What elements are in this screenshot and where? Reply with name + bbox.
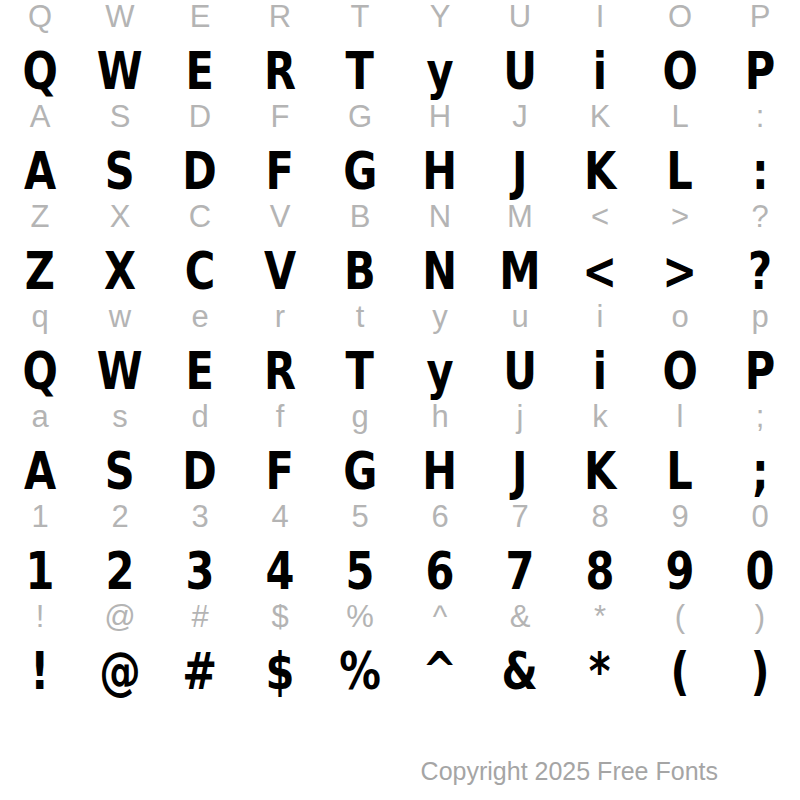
display-glyph: T — [346, 345, 374, 397]
reference-glyph-cell: p — [720, 300, 800, 334]
display-glyph: T — [346, 45, 374, 97]
display-glyph: E — [186, 345, 214, 397]
display-glyph-cell: y — [400, 38, 480, 104]
specimen-pair: QWERTYUIOPQWERTyUiOP — [0, 0, 800, 100]
reference-glyph-cell: U — [480, 0, 560, 34]
display-glyph: > — [663, 245, 698, 297]
display-glyph-cell: T — [320, 338, 400, 404]
display-glyph-cell: G — [320, 138, 400, 204]
reference-glyph-cell: J — [480, 100, 560, 134]
display-glyph: $ — [266, 645, 295, 697]
display-glyph-cell: D — [160, 138, 240, 204]
display-glyph-cell: ! — [0, 638, 80, 704]
display-glyph-cell: H — [400, 138, 480, 204]
display-glyph-cell: 9 — [640, 538, 720, 604]
display-glyph: 3 — [186, 545, 215, 597]
display-glyph: O — [662, 345, 697, 397]
display-glyph-cell: P — [720, 38, 800, 104]
reference-glyph-cell: 9 — [640, 500, 720, 534]
display-glyph-cell: A — [0, 138, 80, 204]
display-glyph: : — [752, 145, 769, 197]
display-glyph-cell: : — [720, 138, 800, 204]
display-glyph: F — [266, 145, 294, 197]
display-glyph-cell: 7 — [480, 538, 560, 604]
display-font-row: ASDFGHJKL: — [0, 138, 800, 204]
display-glyph: L — [667, 445, 694, 497]
reference-glyph-cell: 4 — [240, 500, 320, 534]
reference-glyph-cell: y — [400, 300, 480, 334]
reference-glyph-cell: R — [240, 0, 320, 34]
display-glyph-cell: 1 — [0, 538, 80, 604]
reference-glyph-cell: L — [640, 100, 720, 134]
display-glyph-cell: S — [80, 438, 160, 504]
reference-glyph-cell: f — [240, 400, 320, 434]
display-glyph-cell: W — [80, 338, 160, 404]
display-glyph-cell: B — [320, 238, 400, 304]
reference-glyph-cell: r — [240, 300, 320, 334]
reference-glyph-cell: % — [320, 600, 400, 634]
reference-glyph-cell: 0 — [720, 500, 800, 534]
display-glyph: 5 — [346, 545, 375, 597]
display-glyph: ) — [750, 645, 769, 697]
reference-glyph-cell: V — [240, 200, 320, 234]
reference-glyph-cell: G — [320, 100, 400, 134]
display-glyph: W — [97, 45, 143, 97]
display-glyph-cell: O — [640, 338, 720, 404]
reference-glyph-cell: @ — [80, 600, 160, 634]
display-glyph: P — [745, 45, 776, 97]
display-glyph-cell: i — [560, 338, 640, 404]
reference-row: QWERTYUIOP — [0, 0, 800, 34]
display-glyph: Q — [22, 345, 57, 397]
display-glyph-cell: A — [0, 438, 80, 504]
display-glyph: B — [344, 245, 376, 297]
copyright-notice: Copyright 2025 Free Fonts — [421, 757, 718, 786]
display-glyph: M — [499, 245, 540, 297]
display-glyph: S — [105, 445, 135, 497]
reference-glyph-cell: N — [400, 200, 480, 234]
specimen-pair: ASDFGHJKL:ASDFGHJKL: — [0, 100, 800, 200]
display-glyph-cell: K — [560, 438, 640, 504]
reference-glyph-cell: 7 — [480, 500, 560, 534]
reference-glyph-cell: ) — [720, 600, 800, 634]
reference-row: ASDFGHJKL: — [0, 100, 800, 134]
display-glyph: i — [593, 345, 607, 397]
reference-glyph-cell: j — [480, 400, 560, 434]
display-glyph: ^ — [423, 645, 458, 697]
display-glyph: F — [266, 445, 294, 497]
reference-glyph-cell: e — [160, 300, 240, 334]
specimen-pair: 12345678901234567890 — [0, 500, 800, 600]
specimen-pair: asdfghjkl;ASDFGHJKL; — [0, 400, 800, 500]
display-glyph: D — [183, 445, 218, 497]
reference-glyph-cell: D — [160, 100, 240, 134]
reference-row: ZXCVBNM<>? — [0, 200, 800, 234]
reference-glyph-cell: ; — [720, 400, 800, 434]
display-glyph: L — [667, 145, 694, 197]
reference-glyph-cell: k — [560, 400, 640, 434]
display-glyph: ! — [31, 645, 50, 697]
reference-glyph-cell: 6 — [400, 500, 480, 534]
display-font-row: ZXCVBNM<>? — [0, 238, 800, 304]
display-glyph: W — [97, 345, 143, 397]
display-glyph-cell: R — [240, 38, 320, 104]
reference-glyph-cell: M — [480, 200, 560, 234]
display-glyph-cell: S — [80, 138, 160, 204]
reference-glyph-cell: I — [560, 0, 640, 34]
display-glyph: & — [502, 645, 538, 697]
reference-glyph-cell: : — [720, 100, 800, 134]
display-glyph-cell: N — [400, 238, 480, 304]
display-glyph-cell: G — [320, 438, 400, 504]
reference-glyph-cell: # — [160, 600, 240, 634]
reference-glyph-cell: 1 — [0, 500, 80, 534]
reference-glyph-cell: > — [640, 200, 720, 234]
display-glyph-cell: 2 — [80, 538, 160, 604]
display-font-row: !@#$%^&*() — [0, 638, 800, 704]
display-glyph-cell: V — [240, 238, 320, 304]
reference-glyph-cell: a — [0, 400, 80, 434]
display-glyph-cell: L — [640, 438, 720, 504]
reference-glyph-cell: K — [560, 100, 640, 134]
reference-glyph-cell: u — [480, 300, 560, 334]
reference-glyph-cell: ( — [640, 600, 720, 634]
display-glyph-cell: 4 — [240, 538, 320, 604]
display-glyph: 0 — [746, 545, 775, 597]
reference-glyph-cell: 8 — [560, 500, 640, 534]
display-glyph-cell: 5 — [320, 538, 400, 604]
reference-glyph-cell: o — [640, 300, 720, 334]
reference-glyph-cell: F — [240, 100, 320, 134]
display-glyph-cell: y — [400, 338, 480, 404]
display-glyph-cell: ) — [720, 638, 800, 704]
display-glyph: Z — [25, 245, 55, 297]
reference-glyph-cell: X — [80, 200, 160, 234]
display-glyph-cell: T — [320, 38, 400, 104]
display-glyph-cell: E — [160, 338, 240, 404]
display-glyph: U — [503, 45, 537, 97]
display-glyph-cell: $ — [240, 638, 320, 704]
reference-glyph-cell: ! — [0, 600, 80, 634]
display-glyph-cell: R — [240, 338, 320, 404]
reference-glyph-cell: E — [160, 0, 240, 34]
display-glyph: 9 — [666, 545, 695, 597]
reference-glyph-cell: * — [560, 600, 640, 634]
display-glyph: 8 — [586, 545, 615, 597]
reference-glyph-cell: $ — [240, 600, 320, 634]
display-glyph: K — [584, 445, 616, 497]
display-glyph: < — [583, 245, 618, 297]
display-glyph-cell: @ — [80, 638, 160, 704]
display-font-row: ASDFGHJKL; — [0, 438, 800, 504]
display-glyph: # — [183, 645, 218, 697]
reference-glyph-cell: H — [400, 100, 480, 134]
reference-glyph-cell: l — [640, 400, 720, 434]
display-glyph: G — [343, 145, 377, 197]
display-glyph-cell: i — [560, 38, 640, 104]
reference-glyph-cell: s — [80, 400, 160, 434]
display-glyph: R — [264, 345, 296, 397]
display-glyph-cell: U — [480, 338, 560, 404]
display-glyph-cell: < — [560, 238, 640, 304]
display-glyph-cell: L — [640, 138, 720, 204]
display-glyph: y — [426, 345, 453, 397]
reference-glyph-cell: ^ — [400, 600, 480, 634]
display-glyph-cell: P — [720, 338, 800, 404]
display-glyph: % — [339, 645, 381, 697]
display-glyph-cell: ( — [640, 638, 720, 704]
reference-glyph-cell: A — [0, 100, 80, 134]
display-glyph: 4 — [266, 545, 295, 597]
display-glyph: H — [423, 445, 458, 497]
reference-glyph-cell: d — [160, 400, 240, 434]
display-glyph: E — [186, 45, 214, 97]
display-glyph-cell: D — [160, 438, 240, 504]
reference-glyph-cell: w — [80, 300, 160, 334]
display-glyph: S — [105, 145, 135, 197]
reference-glyph-cell: Q — [0, 0, 80, 34]
display-glyph: y — [426, 45, 453, 97]
reference-glyph-cell: O — [640, 0, 720, 34]
display-glyph: D — [183, 145, 218, 197]
reference-glyph-cell: B — [320, 200, 400, 234]
specimen-pair: !@#$%^&*()!@#$%^&*() — [0, 600, 800, 700]
display-glyph: K — [584, 145, 616, 197]
reference-glyph-cell: < — [560, 200, 640, 234]
reference-glyph-cell: S — [80, 100, 160, 134]
display-font-row: 1234567890 — [0, 538, 800, 604]
specimen-pair: qwertyuiopQWERTyUiOP — [0, 300, 800, 400]
display-glyph-cell: W — [80, 38, 160, 104]
display-glyph: V — [264, 245, 296, 297]
display-glyph-cell: U — [480, 38, 560, 104]
display-glyph: 6 — [426, 545, 455, 597]
reference-row: asdfghjkl; — [0, 400, 800, 434]
display-glyph: ; — [752, 445, 769, 497]
display-font-row: QWERTyUiOP — [0, 338, 800, 404]
display-glyph-cell: Z — [0, 238, 80, 304]
reference-glyph-cell: ? — [720, 200, 800, 234]
display-glyph-cell: C — [160, 238, 240, 304]
display-glyph: ( — [670, 645, 689, 697]
display-glyph-cell: F — [240, 138, 320, 204]
reference-glyph-cell: 2 — [80, 500, 160, 534]
display-glyph-cell: Q — [0, 338, 80, 404]
display-glyph: X — [104, 245, 136, 297]
display-glyph: A — [24, 445, 56, 497]
font-specimen-sheet: QWERTYUIOPQWERTyUiOPASDFGHJKL:ASDFGHJKL:… — [0, 0, 800, 800]
character-grid: QWERTYUIOPQWERTyUiOPASDFGHJKL:ASDFGHJKL:… — [0, 0, 800, 700]
display-glyph-cell: M — [480, 238, 560, 304]
reference-glyph-cell: t — [320, 300, 400, 334]
display-glyph: J — [512, 145, 527, 197]
reference-glyph-cell: h — [400, 400, 480, 434]
display-glyph-cell: O — [640, 38, 720, 104]
display-glyph-cell: & — [480, 638, 560, 704]
display-glyph: G — [343, 445, 377, 497]
display-glyph-cell: Q — [0, 38, 80, 104]
display-glyph: H — [423, 145, 458, 197]
display-glyph-cell: F — [240, 438, 320, 504]
reference-row: qwertyuiop — [0, 300, 800, 334]
reference-glyph-cell: q — [0, 300, 80, 334]
reference-glyph-cell: Y — [400, 0, 480, 34]
display-glyph-cell: 3 — [160, 538, 240, 604]
display-glyph: C — [185, 245, 216, 297]
display-glyph-cell: % — [320, 638, 400, 704]
reference-glyph-cell: W — [80, 0, 160, 34]
display-glyph-cell: * — [560, 638, 640, 704]
display-glyph: 2 — [106, 545, 135, 597]
display-glyph: ? — [748, 245, 772, 297]
reference-glyph-cell: 5 — [320, 500, 400, 534]
specimen-pair: ZXCVBNM<>?ZXCVBNM<>? — [0, 200, 800, 300]
display-glyph: * — [589, 645, 611, 697]
display-glyph-cell: H — [400, 438, 480, 504]
display-glyph: J — [512, 445, 527, 497]
display-glyph-cell: # — [160, 638, 240, 704]
display-glyph: U — [503, 345, 537, 397]
display-glyph: @ — [99, 645, 141, 697]
reference-glyph-cell: i — [560, 300, 640, 334]
display-glyph: i — [593, 45, 607, 97]
display-glyph-cell: ; — [720, 438, 800, 504]
display-glyph: Q — [22, 45, 57, 97]
display-glyph-cell: E — [160, 38, 240, 104]
reference-glyph-cell: & — [480, 600, 560, 634]
reference-row: !@#$%^&*() — [0, 600, 800, 634]
display-glyph-cell: 8 — [560, 538, 640, 604]
display-glyph-cell: J — [480, 438, 560, 504]
display-glyph: P — [745, 345, 776, 397]
display-glyph: 1 — [26, 545, 55, 597]
display-glyph-cell: ^ — [400, 638, 480, 704]
display-glyph-cell: K — [560, 138, 640, 204]
reference-glyph-cell: T — [320, 0, 400, 34]
reference-glyph-cell: C — [160, 200, 240, 234]
reference-glyph-cell: 3 — [160, 500, 240, 534]
display-glyph: A — [24, 145, 56, 197]
display-font-row: QWERTyUiOP — [0, 38, 800, 104]
display-glyph-cell: 6 — [400, 538, 480, 604]
reference-row: 1234567890 — [0, 500, 800, 534]
reference-glyph-cell: Z — [0, 200, 80, 234]
display-glyph-cell: 0 — [720, 538, 800, 604]
display-glyph: 7 — [506, 545, 535, 597]
display-glyph: N — [423, 245, 458, 297]
display-glyph-cell: J — [480, 138, 560, 204]
display-glyph-cell: ? — [720, 238, 800, 304]
reference-glyph-cell: P — [720, 0, 800, 34]
display-glyph-cell: X — [80, 238, 160, 304]
display-glyph: O — [662, 45, 697, 97]
display-glyph-cell: > — [640, 238, 720, 304]
reference-glyph-cell: g — [320, 400, 400, 434]
display-glyph: R — [264, 45, 296, 97]
